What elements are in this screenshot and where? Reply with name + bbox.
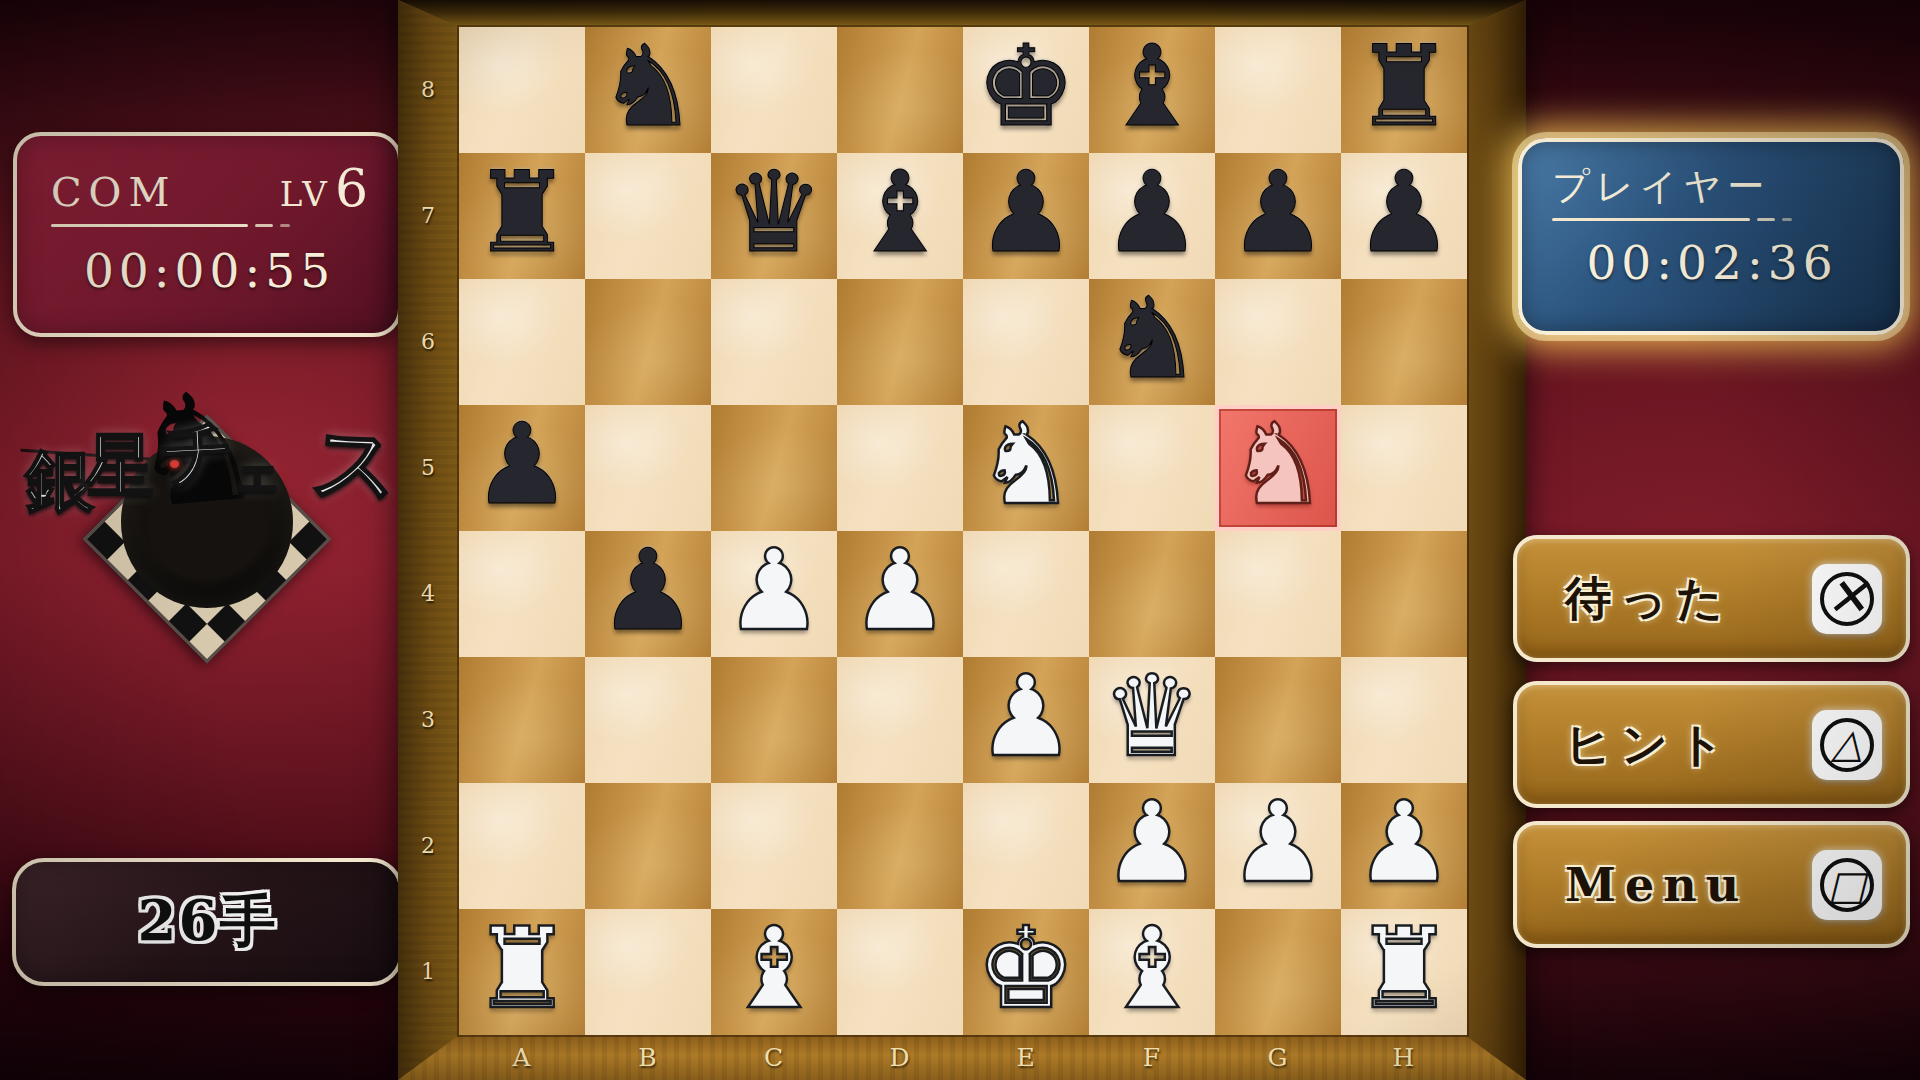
square-h2[interactable]: ♟ (1341, 783, 1467, 909)
white-pawn: ♟ (1354, 779, 1454, 905)
chess-board: 87654321 ♞♚♝♜♜♛♝♟♟♟♟♞♟♞♞♟♟♟♟♛♟♟♟♜♝♚♝♜ AB… (398, 0, 1526, 1080)
file-label-g: G (1215, 1043, 1341, 1072)
white-rook: ♜ (472, 905, 572, 1031)
white-pawn: ♟ (976, 653, 1076, 779)
black-pawn: ♟ (1228, 149, 1328, 275)
square-d8[interactable] (837, 27, 963, 153)
square-f2[interactable]: ♟ (1089, 783, 1215, 909)
undo-button[interactable]: 待った ✕ (1513, 535, 1910, 662)
square-c6[interactable] (711, 279, 837, 405)
file-label-e: E (963, 1043, 1089, 1072)
square-h4[interactable] (1341, 531, 1467, 657)
game-logo: 銀 星 チ ェ ス (20, 400, 410, 700)
square-g1[interactable] (1215, 909, 1341, 1035)
black-pawn: ♟ (472, 401, 572, 527)
square-b4[interactable]: ♟ (585, 531, 711, 657)
square-button-icon: □ (1812, 850, 1882, 920)
move-count-text: 26手 (138, 884, 278, 960)
com-divider (51, 224, 368, 227)
white-knight: ♞ (1228, 401, 1328, 527)
player-divider (1552, 218, 1872, 221)
square-e5[interactable]: ♞ (963, 405, 1089, 531)
white-king: ♚ (976, 905, 1076, 1031)
triangle-button-icon: △ (1812, 710, 1882, 780)
square-b3[interactable] (585, 657, 711, 783)
square-c1[interactable]: ♝ (711, 909, 837, 1035)
file-label-b: B (585, 1043, 711, 1072)
square-c8[interactable] (711, 27, 837, 153)
game-screen: COM LV6 00:00:55 銀 星 チ ェ ス 26手 87654321 … (0, 0, 1920, 1080)
square-d1[interactable] (837, 909, 963, 1035)
white-queen: ♛ (1102, 653, 1202, 779)
square-c3[interactable] (711, 657, 837, 783)
com-clock-panel: COM LV6 00:00:55 (13, 132, 402, 337)
white-bishop: ♝ (724, 905, 824, 1031)
square-d7[interactable]: ♝ (837, 153, 963, 279)
square-a5[interactable]: ♟ (459, 405, 585, 531)
player-label: プレイヤー (1552, 162, 1872, 212)
rank-label-5: 5 (408, 455, 448, 480)
white-pawn: ♟ (1228, 779, 1328, 905)
file-label-c: C (711, 1043, 837, 1072)
com-level: LV6 (280, 158, 368, 218)
black-rook: ♜ (472, 149, 572, 275)
logo-title-char: 星 (86, 421, 154, 512)
move-counter: 26手 (12, 858, 403, 986)
rank-label-2: 2 (408, 833, 448, 858)
square-b5[interactable] (585, 405, 711, 531)
rank-label-1: 1 (408, 959, 448, 984)
hint-button-label: ヒント (1517, 714, 1812, 776)
board-grid: ♞♚♝♜♜♛♝♟♟♟♟♞♟♞♞♟♟♟♟♛♟♟♟♜♝♚♝♜ (459, 27, 1467, 1035)
white-pawn: ♟ (1102, 779, 1202, 905)
square-b8[interactable]: ♞ (585, 27, 711, 153)
white-rook: ♜ (1354, 905, 1454, 1031)
black-king: ♚ (976, 23, 1076, 149)
square-h3[interactable] (1341, 657, 1467, 783)
player-clock-panel: プレイヤー 00:02:36 (1518, 138, 1904, 335)
square-e8[interactable]: ♚ (963, 27, 1089, 153)
file-label-f: F (1089, 1043, 1215, 1072)
rank-label-6: 6 (408, 329, 448, 354)
square-g6[interactable] (1215, 279, 1341, 405)
com-header: COM LV6 (51, 158, 368, 218)
logo-title-char: ェ (232, 440, 283, 507)
logo-title-char: ス (308, 403, 404, 526)
square-g4[interactable] (1215, 531, 1341, 657)
square-e1[interactable]: ♚ (963, 909, 1089, 1035)
player-time: 00:02:36 (1552, 235, 1872, 290)
square-g5[interactable]: ♞ (1215, 405, 1341, 531)
logo-title-char: チ (159, 402, 238, 502)
file-label-a: A (459, 1043, 585, 1072)
black-pawn: ♟ (1102, 149, 1202, 275)
square-c2[interactable] (711, 783, 837, 909)
square-f5[interactable] (1089, 405, 1215, 531)
square-h1[interactable]: ♜ (1341, 909, 1467, 1035)
square-g7[interactable]: ♟ (1215, 153, 1341, 279)
com-time: 00:00:55 (51, 243, 368, 298)
square-c5[interactable] (711, 405, 837, 531)
square-d6[interactable] (837, 279, 963, 405)
square-h6[interactable] (1341, 279, 1467, 405)
square-e7[interactable]: ♟ (963, 153, 1089, 279)
square-f3[interactable]: ♛ (1089, 657, 1215, 783)
square-c4[interactable]: ♟ (711, 531, 837, 657)
black-knight: ♞ (1102, 275, 1202, 401)
square-e6[interactable] (963, 279, 1089, 405)
square-c7[interactable]: ♛ (711, 153, 837, 279)
square-d4[interactable]: ♟ (837, 531, 963, 657)
square-b1[interactable] (585, 909, 711, 1035)
square-a1[interactable]: ♜ (459, 909, 585, 1035)
hint-button[interactable]: ヒント △ (1513, 681, 1910, 808)
square-a6[interactable] (459, 279, 585, 405)
black-pawn: ♟ (976, 149, 1076, 275)
menu-button-label: Menu (1517, 858, 1812, 912)
cross-button-icon: ✕ (1812, 564, 1882, 634)
rank-label-8: 8 (408, 77, 448, 102)
white-pawn: ♟ (850, 527, 950, 653)
square-a3[interactable] (459, 657, 585, 783)
black-knight: ♞ (598, 23, 698, 149)
square-e4[interactable] (963, 531, 1089, 657)
undo-button-label: 待った (1517, 568, 1812, 630)
rank-label-3: 3 (408, 707, 448, 732)
com-level-prefix: LV (280, 174, 331, 214)
square-e2[interactable] (963, 783, 1089, 909)
square-a2[interactable] (459, 783, 585, 909)
square-g2[interactable]: ♟ (1215, 783, 1341, 909)
white-pawn: ♟ (724, 527, 824, 653)
square-g8[interactable] (1215, 27, 1341, 153)
square-f1[interactable]: ♝ (1089, 909, 1215, 1035)
white-knight: ♞ (976, 401, 1076, 527)
white-bishop: ♝ (1102, 905, 1202, 1031)
square-a8[interactable] (459, 27, 585, 153)
square-f4[interactable] (1089, 531, 1215, 657)
square-a4[interactable] (459, 531, 585, 657)
board-frame-left (398, 0, 459, 1080)
file-label-h: H (1341, 1043, 1467, 1072)
black-pawn: ♟ (598, 527, 698, 653)
com-label: COM (51, 169, 176, 215)
square-h8[interactable]: ♜ (1341, 27, 1467, 153)
square-e3[interactable]: ♟ (963, 657, 1089, 783)
black-bishop: ♝ (850, 149, 950, 275)
black-queen: ♛ (724, 149, 824, 275)
square-b6[interactable] (585, 279, 711, 405)
square-h7[interactable]: ♟ (1341, 153, 1467, 279)
square-b2[interactable] (585, 783, 711, 909)
square-h5[interactable] (1341, 405, 1467, 531)
square-f8[interactable]: ♝ (1089, 27, 1215, 153)
square-g3[interactable] (1215, 657, 1341, 783)
square-d2[interactable] (837, 783, 963, 909)
square-a7[interactable]: ♜ (459, 153, 585, 279)
menu-button[interactable]: Menu □ (1513, 821, 1910, 948)
black-bishop: ♝ (1102, 23, 1202, 149)
rank-label-7: 7 (408, 203, 448, 228)
com-level-number: 6 (335, 158, 368, 218)
square-f7[interactable]: ♟ (1089, 153, 1215, 279)
black-pawn: ♟ (1354, 149, 1454, 275)
square-d5[interactable] (837, 405, 963, 531)
logo-title-char: 銀 (26, 436, 94, 527)
rank-label-4: 4 (408, 581, 448, 606)
file-label-d: D (837, 1043, 963, 1072)
black-rook: ♜ (1354, 23, 1454, 149)
square-b7[interactable] (585, 153, 711, 279)
square-d3[interactable] (837, 657, 963, 783)
square-f6[interactable]: ♞ (1089, 279, 1215, 405)
